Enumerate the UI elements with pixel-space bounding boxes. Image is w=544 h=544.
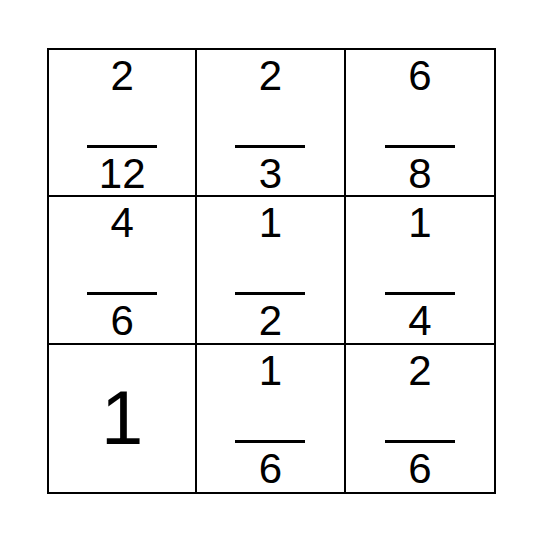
fraction-denominator: 6 [110,301,133,341]
fraction-denominator: 12 [99,154,146,194]
fraction-numerator: 1 [259,203,282,243]
fraction-bar [235,145,305,148]
grid-cell-r2c1[interactable]: 46 [49,197,197,344]
fraction-bar [235,440,305,443]
whole-number: 1 [101,380,143,456]
fraction-denominator: 3 [259,154,282,194]
fraction-denominator: 2 [259,301,282,341]
fraction-numerator: 2 [110,56,133,96]
fraction-numerator: 1 [259,351,282,391]
grid-cell-r3c1[interactable]: 1 [49,345,197,492]
fraction-bar [385,292,455,295]
grid-cell-r3c3[interactable]: 26 [346,345,494,492]
fraction-numerator: 1 [408,203,431,243]
fraction-bar [235,292,305,295]
fraction-denominator: 6 [259,449,282,489]
fraction-bar [385,145,455,148]
fraction-numerator: 2 [259,56,282,96]
bingo-board: 212236846121411626 [47,48,496,494]
grid-cell-r3c2[interactable]: 16 [197,345,345,492]
fraction-bar [385,440,455,443]
grid-cell-r1c1[interactable]: 212 [49,50,197,197]
fraction-denominator: 6 [408,449,431,489]
fraction-numerator: 6 [408,56,431,96]
fraction-bar [87,292,157,295]
fraction-numerator: 4 [110,203,133,243]
grid-cell-r1c2[interactable]: 23 [197,50,345,197]
fraction-denominator: 8 [408,154,431,194]
fraction-numerator: 2 [408,351,431,391]
grid-cell-r1c3[interactable]: 68 [346,50,494,197]
grid-cell-r2c2[interactable]: 12 [197,197,345,344]
fraction-denominator: 4 [408,301,431,341]
fraction-bar [87,145,157,148]
grid-cell-r2c3[interactable]: 14 [346,197,494,344]
